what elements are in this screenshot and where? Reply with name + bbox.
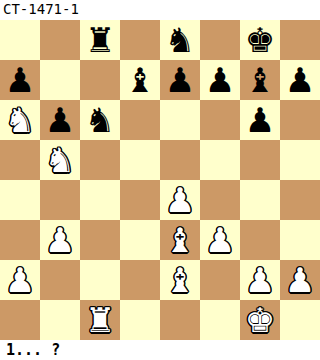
move-prompt: 1... ?	[0, 340, 320, 360]
square-a1[interactable]	[0, 300, 40, 340]
piece-white-rook: ♜	[80, 300, 120, 340]
square-h4[interactable]	[280, 180, 320, 220]
piece-black-pawn: ♟	[40, 100, 80, 140]
square-e7[interactable]: ♟	[160, 60, 200, 100]
square-d5[interactable]	[120, 140, 160, 180]
piece-black-pawn: ♟	[0, 60, 40, 100]
square-e2[interactable]: ♝	[160, 260, 200, 300]
square-a7[interactable]: ♟	[0, 60, 40, 100]
square-h7[interactable]: ♟	[280, 60, 320, 100]
chess-board: ♜♞♚♟♝♟♟♝♟♞♟♞♟♞♟♟♝♟♟♝♟♟♜♚	[0, 20, 320, 340]
piece-white-pawn: ♟	[240, 260, 280, 300]
square-g8[interactable]: ♚	[240, 20, 280, 60]
square-f7[interactable]: ♟	[200, 60, 240, 100]
piece-black-rook: ♜	[80, 20, 120, 60]
square-a4[interactable]	[0, 180, 40, 220]
square-a5[interactable]	[0, 140, 40, 180]
square-g4[interactable]	[240, 180, 280, 220]
square-f2[interactable]	[200, 260, 240, 300]
square-e5[interactable]	[160, 140, 200, 180]
piece-black-pawn: ♟	[160, 60, 200, 100]
square-c8[interactable]: ♜	[80, 20, 120, 60]
square-f1[interactable]	[200, 300, 240, 340]
square-h2[interactable]: ♟	[280, 260, 320, 300]
piece-black-knight: ♞	[160, 20, 200, 60]
square-f3[interactable]: ♟	[200, 220, 240, 260]
square-g1[interactable]: ♚	[240, 300, 280, 340]
square-d2[interactable]	[120, 260, 160, 300]
square-h3[interactable]	[280, 220, 320, 260]
piece-black-knight: ♞	[80, 100, 120, 140]
square-d1[interactable]	[120, 300, 160, 340]
piece-black-pawn: ♟	[280, 60, 320, 100]
square-a6[interactable]: ♞	[0, 100, 40, 140]
square-c5[interactable]	[80, 140, 120, 180]
piece-white-bishop: ♝	[160, 220, 200, 260]
piece-black-pawn: ♟	[200, 60, 240, 100]
square-a8[interactable]	[0, 20, 40, 60]
square-c3[interactable]	[80, 220, 120, 260]
square-d8[interactable]	[120, 20, 160, 60]
square-b2[interactable]	[40, 260, 80, 300]
square-d6[interactable]	[120, 100, 160, 140]
piece-white-pawn: ♟	[200, 220, 240, 260]
piece-white-bishop: ♝	[160, 260, 200, 300]
piece-white-pawn: ♟	[40, 220, 80, 260]
piece-white-king: ♚	[240, 300, 280, 340]
piece-black-king: ♚	[240, 20, 280, 60]
square-c2[interactable]	[80, 260, 120, 300]
square-e3[interactable]: ♝	[160, 220, 200, 260]
square-f8[interactable]	[200, 20, 240, 60]
square-a3[interactable]	[0, 220, 40, 260]
square-c7[interactable]	[80, 60, 120, 100]
square-b1[interactable]	[40, 300, 80, 340]
piece-white-knight: ♞	[40, 140, 80, 180]
square-c1[interactable]: ♜	[80, 300, 120, 340]
square-b5[interactable]: ♞	[40, 140, 80, 180]
square-h1[interactable]	[280, 300, 320, 340]
square-f5[interactable]	[200, 140, 240, 180]
square-e8[interactable]: ♞	[160, 20, 200, 60]
puzzle-title: CT-1471-1	[0, 0, 320, 20]
square-h5[interactable]	[280, 140, 320, 180]
square-b6[interactable]: ♟	[40, 100, 80, 140]
piece-white-pawn: ♟	[280, 260, 320, 300]
piece-black-pawn: ♟	[240, 100, 280, 140]
square-g5[interactable]	[240, 140, 280, 180]
piece-black-bishop: ♝	[240, 60, 280, 100]
square-g6[interactable]: ♟	[240, 100, 280, 140]
square-g3[interactable]	[240, 220, 280, 260]
piece-white-pawn: ♟	[0, 260, 40, 300]
piece-black-bishop: ♝	[120, 60, 160, 100]
square-f6[interactable]	[200, 100, 240, 140]
square-g2[interactable]: ♟	[240, 260, 280, 300]
square-b3[interactable]: ♟	[40, 220, 80, 260]
square-d7[interactable]: ♝	[120, 60, 160, 100]
square-d4[interactable]	[120, 180, 160, 220]
square-e1[interactable]	[160, 300, 200, 340]
square-b4[interactable]	[40, 180, 80, 220]
square-h6[interactable]	[280, 100, 320, 140]
square-d3[interactable]	[120, 220, 160, 260]
piece-white-knight: ♞	[0, 100, 40, 140]
square-b7[interactable]	[40, 60, 80, 100]
square-f4[interactable]	[200, 180, 240, 220]
square-e6[interactable]	[160, 100, 200, 140]
square-a2[interactable]: ♟	[0, 260, 40, 300]
square-c4[interactable]	[80, 180, 120, 220]
piece-white-pawn: ♟	[160, 180, 200, 220]
square-g7[interactable]: ♝	[240, 60, 280, 100]
square-b8[interactable]	[40, 20, 80, 60]
square-c6[interactable]: ♞	[80, 100, 120, 140]
square-e4[interactable]: ♟	[160, 180, 200, 220]
square-h8[interactable]	[280, 20, 320, 60]
